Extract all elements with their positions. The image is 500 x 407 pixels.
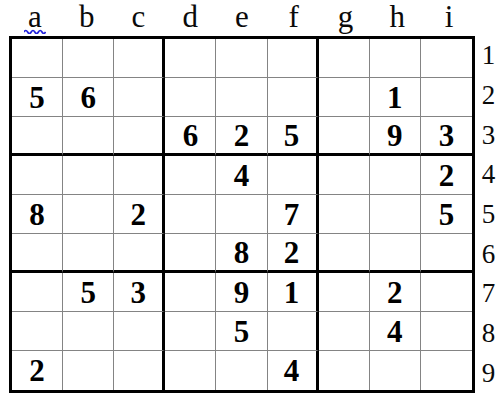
cell-b5[interactable] [63,195,114,234]
cell-h6[interactable] [370,234,421,273]
cell-a8[interactable] [12,312,63,351]
cell-g7[interactable] [319,273,370,312]
cell-h2[interactable]: 1 [370,78,421,117]
row-label-8: 8 [477,314,500,354]
cell-f5[interactable]: 7 [268,195,319,234]
row-label-6: 6 [477,234,500,274]
cell-g6[interactable] [319,234,370,273]
cell-a2[interactable]: 5 [12,78,63,117]
cell-a3[interactable] [12,117,63,156]
cell-b6[interactable] [63,234,114,273]
cell-d2[interactable] [165,78,216,117]
cell-h4[interactable] [370,156,421,195]
cell-c8[interactable] [114,312,165,351]
cell-d5[interactable] [165,195,216,234]
cell-i2[interactable] [421,78,472,117]
cell-i1[interactable] [421,39,472,78]
cell-c7[interactable]: 3 [114,273,165,312]
cell-d6[interactable] [165,234,216,273]
cell-e2[interactable] [216,78,267,117]
cell-d4[interactable] [165,156,216,195]
cell-c5[interactable]: 2 [114,195,165,234]
cell-f9[interactable]: 4 [268,351,319,390]
cell-i9[interactable] [421,351,472,390]
cell-h7[interactable]: 2 [370,273,421,312]
row-label-5: 5 [477,195,500,235]
cell-c4[interactable] [114,156,165,195]
cell-b1[interactable] [63,39,114,78]
column-label-f: f [268,0,320,36]
cell-f7[interactable]: 1 [268,273,319,312]
cell-c2[interactable] [114,78,165,117]
cell-i8[interactable] [421,312,472,351]
cell-f4[interactable] [268,156,319,195]
column-label-g: g [320,0,372,36]
cell-a5[interactable]: 8 [12,195,63,234]
cell-g8[interactable] [319,312,370,351]
row-label-3: 3 [477,115,500,155]
cell-h9[interactable] [370,351,421,390]
cell-e5[interactable] [216,195,267,234]
cell-g9[interactable] [319,351,370,390]
cell-d1[interactable] [165,39,216,78]
cell-i4[interactable]: 2 [421,156,472,195]
column-label-i: i [423,0,475,36]
cell-g1[interactable] [319,39,370,78]
cell-b7[interactable]: 5 [63,273,114,312]
cell-h3[interactable]: 9 [370,117,421,156]
cell-b4[interactable] [63,156,114,195]
cell-g3[interactable] [319,117,370,156]
column-label-a: a [9,0,61,36]
cell-b2[interactable]: 6 [63,78,114,117]
cell-d8[interactable] [165,312,216,351]
cell-f3[interactable]: 5 [268,117,319,156]
cell-f2[interactable] [268,78,319,117]
cell-c9[interactable] [114,351,165,390]
row-label-4: 4 [477,155,500,195]
cell-f8[interactable] [268,312,319,351]
cell-f1[interactable] [268,39,319,78]
cell-h5[interactable] [370,195,421,234]
cell-i3[interactable]: 3 [421,117,472,156]
cell-i6[interactable] [421,234,472,273]
sudoku-grid: 5616259342827582539125424 [9,36,475,393]
cell-i7[interactable] [421,273,472,312]
cell-e9[interactable] [216,351,267,390]
column-label-d: d [164,0,216,36]
cell-a7[interactable] [12,273,63,312]
row-labels: 123456789 [477,36,500,393]
cell-c3[interactable] [114,117,165,156]
cell-b9[interactable] [63,351,114,390]
spellcheck-squiggle-icon [24,8,46,39]
cell-a9[interactable]: 2 [12,351,63,390]
cell-e6[interactable]: 8 [216,234,267,273]
cell-d7[interactable] [165,273,216,312]
column-label-e: e [216,0,268,36]
cell-g2[interactable] [319,78,370,117]
cell-b3[interactable] [63,117,114,156]
column-label-b: b [61,0,113,36]
row-label-9: 9 [477,353,500,393]
cell-c6[interactable] [114,234,165,273]
column-label-h: h [371,0,423,36]
cell-h8[interactable]: 4 [370,312,421,351]
cell-g5[interactable] [319,195,370,234]
row-label-2: 2 [477,76,500,116]
sudoku-diagram: abcdefghi 5616259342827582539125424 1234… [0,0,500,407]
column-label-c: c [113,0,165,36]
cell-c1[interactable] [114,39,165,78]
cell-h1[interactable] [370,39,421,78]
column-labels: abcdefghi [9,0,475,36]
cell-e1[interactable] [216,39,267,78]
row-label-7: 7 [477,274,500,314]
cell-a1[interactable] [12,39,63,78]
cell-d9[interactable] [165,351,216,390]
row-label-1: 1 [477,36,500,76]
cell-g4[interactable] [319,156,370,195]
cell-i5[interactable]: 5 [421,195,472,234]
cell-a6[interactable] [12,234,63,273]
cell-e3[interactable]: 2 [216,117,267,156]
cell-a4[interactable] [12,156,63,195]
cell-e4[interactable]: 4 [216,156,267,195]
cell-d3[interactable]: 6 [165,117,216,156]
cell-f6[interactable]: 2 [268,234,319,273]
cell-e8[interactable]: 5 [216,312,267,351]
cell-e7[interactable]: 9 [216,273,267,312]
cell-b8[interactable] [63,312,114,351]
